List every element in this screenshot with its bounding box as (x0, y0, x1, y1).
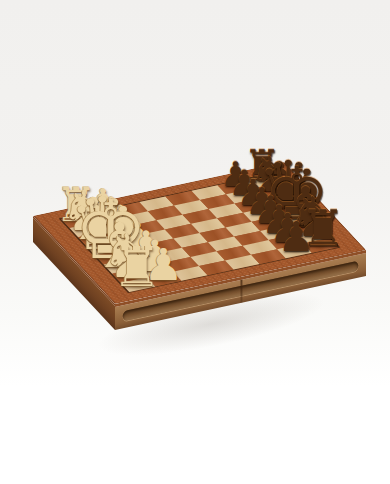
piece-contact-shadow (267, 228, 291, 235)
piece-contact-shadow (225, 182, 246, 188)
piece-black-pawn-e7: ♟ (253, 191, 287, 229)
piece-contact-shadow (125, 247, 150, 254)
piece-contact-shadow (288, 221, 323, 231)
piece-black-pawn-h7: ♟ (278, 217, 315, 258)
piece-contact-shadow (258, 219, 282, 226)
piece-black-rook-a8: ♜ (243, 145, 281, 187)
piece-white-pawn-c2: ♟ (103, 201, 138, 240)
piece-black-bishop-c8: ♝ (256, 155, 303, 207)
piece-contact-shadow (116, 238, 141, 245)
piece-contact-shadow (120, 280, 154, 290)
piece-contact-shadow (99, 220, 123, 227)
piece-contact-shadow (274, 210, 319, 223)
piece-contact-shadow (233, 191, 255, 197)
piece-contact-shadow (86, 249, 136, 264)
piece-white-bishop-c1: ♝ (68, 190, 120, 248)
piece-contact-shadow (263, 194, 295, 203)
piece-white-pawn-e2: ♟ (119, 217, 156, 258)
chess-pieces-layer: ♜♟♞♟♝♟♛♟♟♚♜♟♟♝♞♟♟♞♝♟♟♜♛♟♟♚♟♝♟♞♟♜ (0, 0, 390, 484)
piece-contact-shadow (249, 175, 275, 183)
piece-black-pawn-a7: ♟ (220, 158, 250, 192)
piece-white-pawn-a2: ♟ (86, 184, 119, 221)
piece-contact-shadow (284, 247, 309, 254)
piece-black-knight-b8: ♞ (249, 149, 292, 197)
piece-contact-shadow (150, 275, 177, 283)
piece-black-rook-h8: ♜ (300, 204, 345, 254)
piece-contact-shadow (101, 260, 139, 271)
piece-black-bishop-f8: ♝ (280, 180, 330, 236)
piece-black-pawn-b7: ♟ (228, 166, 259, 201)
piece-white-knight-g1: ♞ (101, 226, 155, 286)
piece-contact-shadow (275, 237, 300, 244)
piece-contact-shadow (141, 266, 168, 274)
piece-contact-shadow (62, 215, 91, 223)
piece-white-pawn-h2: ♟ (144, 243, 183, 287)
piece-white-bishop-f1: ♝ (92, 215, 148, 277)
piece-black-king-e8: ♚ (264, 156, 329, 229)
piece-contact-shadow (133, 256, 159, 264)
piece-contact-shadow (91, 210, 114, 217)
piece-contact-shadow (250, 210, 273, 217)
piece-contact-shadow (68, 224, 101, 234)
piece-black-knight-g8: ♞ (289, 190, 338, 245)
piece-white-pawn-f2: ♟ (127, 226, 165, 268)
piece-contact-shadow (256, 184, 286, 193)
piece-white-knight-b1: ♞ (61, 184, 109, 238)
piece-white-pawn-b2: ♟ (94, 192, 128, 230)
piece-contact-shadow (76, 233, 112, 243)
piece-black-pawn-g7: ♟ (270, 208, 306, 248)
product-photo-stage: ♜♟♞♟♝♟♛♟♟♚♜♟♟♝♞♟♟♞♝♟♟♜♛♟♟♚♟♝♟♞♟♜ (0, 0, 390, 484)
piece-white-rook-a1: ♜ (55, 181, 97, 228)
piece-black-pawn-d7: ♟ (245, 183, 278, 220)
piece-contact-shadow (307, 240, 338, 249)
piece-contact-shadow (80, 241, 125, 254)
piece-contact-shadow (297, 230, 331, 240)
piece-white-rook-h1: ♜ (112, 239, 161, 294)
piece-contact-shadow (242, 201, 264, 207)
piece-white-pawn-g2: ♟ (136, 234, 175, 277)
piece-white-pawn-d2: ♟ (111, 209, 147, 249)
piece-contact-shadow (110, 270, 147, 281)
piece-black-queen-d8: ♛ (258, 153, 317, 219)
piece-white-queen-d1: ♛ (70, 187, 135, 260)
piece-black-pawn-c7: ♟ (237, 175, 269, 211)
piece-black-pawn-f7: ♟ (261, 200, 296, 239)
piece-contact-shadow (108, 229, 132, 236)
piece-white-king-e1: ♚ (75, 190, 148, 271)
piece-contact-shadow (268, 201, 309, 213)
